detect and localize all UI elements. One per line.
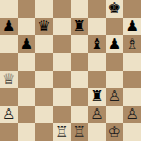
white-queen[interactable]: ♕ (2, 71, 15, 88)
black-queen[interactable]: ♛ (37, 18, 50, 35)
square-d8[interactable] (53, 0, 71, 18)
black-pawn[interactable]: ♟ (20, 36, 33, 53)
chess-diagram: ♚♟♛♜♟♟♝♟♗♕♜♙♙♙♙♖♖♔ (0, 0, 141, 141)
square-g4[interactable] (106, 71, 124, 89)
square-f7[interactable] (88, 18, 106, 36)
square-b3[interactable] (18, 88, 36, 106)
square-h4[interactable] (123, 71, 141, 89)
square-h3[interactable] (123, 88, 141, 106)
square-e3[interactable] (71, 88, 89, 106)
white-rook[interactable]: ♖ (73, 124, 86, 141)
square-a4[interactable]: ♕ (0, 71, 18, 89)
square-c6[interactable] (35, 35, 53, 53)
square-c3[interactable] (35, 88, 53, 106)
square-e2[interactable] (71, 106, 89, 124)
square-g5[interactable] (106, 53, 124, 71)
square-c4[interactable] (35, 71, 53, 89)
square-b5[interactable] (18, 53, 36, 71)
square-a8[interactable] (0, 0, 18, 18)
white-pawn[interactable]: ♙ (90, 106, 103, 123)
square-g6[interactable]: ♟ (106, 35, 124, 53)
black-rook[interactable]: ♜ (73, 18, 86, 35)
square-h7[interactable]: ♟ (123, 18, 141, 36)
square-d4[interactable] (53, 71, 71, 89)
black-king[interactable]: ♚ (108, 0, 121, 17)
square-b4[interactable] (18, 71, 36, 89)
white-bishop[interactable]: ♗ (125, 36, 138, 53)
square-c2[interactable] (35, 106, 53, 124)
square-d1[interactable]: ♖ (53, 123, 71, 141)
square-g8[interactable]: ♚ (106, 0, 124, 18)
black-rook[interactable]: ♜ (90, 88, 103, 105)
square-d2[interactable] (53, 106, 71, 124)
square-a5[interactable] (0, 53, 18, 71)
square-f4[interactable] (88, 71, 106, 89)
square-c8[interactable] (35, 0, 53, 18)
square-g2[interactable] (106, 106, 124, 124)
square-e1[interactable]: ♖ (71, 123, 89, 141)
square-e4[interactable] (71, 71, 89, 89)
square-d3[interactable] (53, 88, 71, 106)
white-king[interactable]: ♔ (108, 124, 121, 141)
square-b2[interactable] (18, 106, 36, 124)
square-e5[interactable] (71, 53, 89, 71)
square-c1[interactable] (35, 123, 53, 141)
black-pawn[interactable]: ♟ (125, 18, 138, 35)
square-f8[interactable] (88, 0, 106, 18)
square-a1[interactable] (0, 123, 18, 141)
square-f6[interactable]: ♝ (88, 35, 106, 53)
square-d7[interactable] (53, 18, 71, 36)
white-pawn[interactable]: ♙ (108, 88, 121, 105)
square-a3[interactable] (0, 88, 18, 106)
black-pawn[interactable]: ♟ (108, 36, 121, 53)
square-a6[interactable] (0, 35, 18, 53)
white-pawn[interactable]: ♙ (125, 106, 138, 123)
square-h6[interactable]: ♗ (123, 35, 141, 53)
square-e8[interactable] (71, 0, 89, 18)
square-h5[interactable] (123, 53, 141, 71)
white-pawn[interactable]: ♙ (2, 106, 15, 123)
square-e7[interactable]: ♜ (71, 18, 89, 36)
square-d6[interactable] (53, 35, 71, 53)
square-f5[interactable] (88, 53, 106, 71)
square-b8[interactable] (18, 0, 36, 18)
square-f1[interactable] (88, 123, 106, 141)
square-b6[interactable]: ♟ (18, 35, 36, 53)
square-d5[interactable] (53, 53, 71, 71)
square-a2[interactable]: ♙ (0, 106, 18, 124)
black-bishop[interactable]: ♝ (90, 36, 103, 53)
white-rook[interactable]: ♖ (55, 124, 68, 141)
black-pawn[interactable]: ♟ (2, 18, 15, 35)
square-c5[interactable] (35, 53, 53, 71)
square-b1[interactable] (18, 123, 36, 141)
square-e6[interactable] (71, 35, 89, 53)
chess-board: ♚♟♛♜♟♟♝♟♗♕♜♙♙♙♙♖♖♔ (0, 0, 141, 141)
square-a7[interactable]: ♟ (0, 18, 18, 36)
square-g1[interactable]: ♔ (106, 123, 124, 141)
square-f3[interactable]: ♜ (88, 88, 106, 106)
square-h1[interactable] (123, 123, 141, 141)
square-c7[interactable]: ♛ (35, 18, 53, 36)
square-h2[interactable]: ♙ (123, 106, 141, 124)
square-b7[interactable] (18, 18, 36, 36)
square-g7[interactable] (106, 18, 124, 36)
square-g3[interactable]: ♙ (106, 88, 124, 106)
square-f2[interactable]: ♙ (88, 106, 106, 124)
square-h8[interactable] (123, 0, 141, 18)
